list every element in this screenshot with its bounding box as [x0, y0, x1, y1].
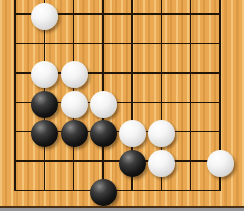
grid-line-horizontal [14, 43, 221, 45]
grid-line-vertical [190, 0, 192, 191]
white-stone[interactable] [90, 91, 117, 118]
white-stone[interactable] [207, 150, 234, 177]
black-stone[interactable] [90, 179, 117, 206]
grid-line-horizontal [14, 160, 221, 162]
black-stone[interactable] [61, 120, 88, 147]
white-stone[interactable] [61, 61, 88, 88]
white-stone[interactable] [148, 120, 175, 147]
white-stone[interactable] [31, 61, 58, 88]
white-stone[interactable] [31, 3, 58, 30]
black-stone[interactable] [90, 120, 117, 147]
grid-line-vertical [14, 0, 16, 191]
white-stone[interactable] [61, 91, 88, 118]
go-board[interactable] [0, 0, 244, 206]
black-stone[interactable] [31, 91, 58, 118]
black-stone[interactable] [31, 120, 58, 147]
white-stone[interactable] [119, 120, 146, 147]
go-board-scene [0, 0, 244, 211]
white-stone[interactable] [148, 150, 175, 177]
grid-line-horizontal [14, 190, 221, 192]
black-stone[interactable] [119, 150, 146, 177]
table-surface [0, 208, 244, 211]
